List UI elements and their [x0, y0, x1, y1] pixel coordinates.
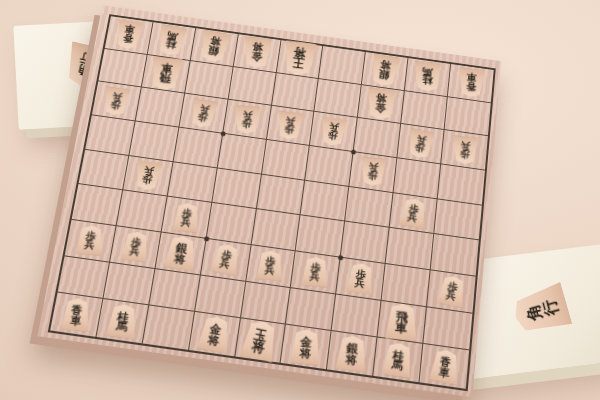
board-cell-1h[interactable] [423, 307, 472, 351]
board-cell-9h[interactable] [57, 256, 109, 299]
piece-kanji: 兵 [143, 165, 154, 175]
piece-kanji: 兵 [242, 109, 252, 118]
gote-gold-3b[interactable]: 金将 [365, 87, 397, 121]
board-cell-6g[interactable]: 歩兵 [200, 239, 251, 282]
sente-lance-9i[interactable]: 香車 [60, 298, 93, 332]
sente-knight-8i[interactable]: 桂馬 [105, 303, 140, 340]
sente-silver-3i[interactable]: 銀将 [335, 334, 370, 373]
piece-kanji: 将 [252, 41, 264, 51]
board-cell-5g[interactable]: 歩兵 [246, 245, 296, 288]
board-cell-5h[interactable] [240, 282, 291, 326]
gote-pawn-9c[interactable]: 歩兵 [101, 86, 132, 117]
piece-kanji: 将 [294, 46, 307, 58]
piece-kanji: 車 [69, 316, 81, 327]
piece-kanji: 兵 [112, 90, 123, 100]
board-cell-1f[interactable] [431, 234, 479, 276]
board-cell-1g[interactable]: 歩兵 [427, 270, 476, 313]
sente-pawn-6g[interactable]: 歩兵 [209, 242, 242, 276]
shogi-photo-scene: 角行 角行 香車桂馬銀将金将王将銀将桂馬香車飛車金将歩兵歩兵歩兵歩兵歩兵歩兵歩兵… [0, 0, 600, 400]
board-cell-8i[interactable]: 桂馬 [96, 299, 149, 343]
board-cell-3f[interactable] [341, 222, 390, 264]
gote-pawn-6c[interactable]: 歩兵 [232, 105, 260, 135]
piece-kanji: 兵 [329, 121, 340, 131]
piece-kanji: 兵 [129, 248, 140, 259]
board-cell-8g[interactable]: 歩兵 [110, 226, 161, 269]
piece-kanji: 車 [466, 72, 476, 82]
board-cell-2g[interactable] [382, 264, 431, 307]
board-cell-1i[interactable]: 香車 [420, 344, 470, 389]
sente-silver-7g[interactable]: 銀将 [162, 234, 199, 272]
board-cell-6i[interactable]: 金将 [189, 312, 241, 356]
board-cell-9g[interactable]: 歩兵 [65, 220, 117, 263]
piece-kanji: 兵 [460, 139, 470, 149]
gote-king-5a[interactable]: 王将 [281, 40, 317, 77]
gote-rook-8b[interactable]: 飛車 [148, 56, 183, 91]
piece-kanji: 馬 [391, 361, 403, 373]
piece-kanji: 車 [395, 323, 408, 336]
piece-kanji: 車 [437, 367, 449, 379]
board-cell-3i[interactable]: 銀将 [327, 331, 377, 375]
piece-kanji: 兵 [286, 115, 297, 125]
board-cell-9i[interactable]: 香車 [50, 293, 103, 337]
sente-gold-6i[interactable]: 金将 [195, 314, 233, 354]
gote-pawn-2c[interactable]: 歩兵 [405, 127, 436, 160]
piece-kanji: 馬 [423, 66, 434, 76]
board-cell-5i[interactable]: 玉将 [235, 319, 286, 363]
board-cell-4h[interactable] [286, 288, 336, 332]
piece-kanji: 兵 [199, 102, 210, 112]
sente-lance-1i[interactable]: 香車 [428, 348, 462, 386]
piece-kanji: 将 [345, 354, 358, 366]
board-cell-3h[interactable] [332, 294, 382, 338]
piece-kanji: 車 [160, 61, 173, 72]
shogi-board-grid: 香車桂馬銀将金将王将銀将桂馬香車飛車金将歩兵歩兵歩兵歩兵歩兵歩兵歩兵歩兵歩兵歩兵… [48, 14, 496, 391]
gote-lance-9a[interactable]: 香車 [113, 19, 145, 51]
piece-kanji: 将 [380, 59, 392, 70]
gote-pawn-4c[interactable]: 歩兵 [319, 116, 349, 147]
gote-lance-1a[interactable]: 香車 [457, 67, 486, 98]
board-cell-9f[interactable] [72, 184, 123, 226]
piece-kanji: 馬 [115, 322, 128, 334]
piece-kanji: 兵 [355, 279, 366, 290]
piece-kanji: 馬 [167, 30, 179, 41]
board-cell-4i[interactable]: 金将 [281, 325, 332, 369]
board-cell-6f[interactable] [206, 203, 256, 245]
piece-kanji: 将 [206, 335, 219, 348]
sente-pawn-7f[interactable]: 歩兵 [171, 202, 201, 233]
sente-pawn-5g[interactable]: 歩兵 [256, 250, 285, 282]
sente-gold-4i[interactable]: 金将 [289, 328, 323, 366]
piece-kanji: 兵 [218, 260, 230, 271]
piece-kanji: 将 [376, 92, 388, 103]
gote-pawn-8e[interactable]: 歩兵 [132, 160, 164, 192]
sente-knight-2i[interactable]: 桂馬 [381, 341, 415, 379]
board-cell-2h[interactable]: 飛車 [378, 301, 427, 345]
sente-pawn-8g[interactable]: 歩兵 [119, 230, 151, 263]
board-cell-7g[interactable]: 銀将 [155, 232, 206, 275]
sente-king-5i[interactable]: 玉将 [239, 318, 281, 363]
sente-pawn-4g[interactable]: 歩兵 [301, 256, 331, 289]
sente-pawn-1g[interactable]: 歩兵 [436, 274, 468, 309]
board-cell-6h[interactable] [195, 275, 246, 318]
gote-knight-8a[interactable]: 桂馬 [154, 24, 188, 57]
board-cell-7f[interactable]: 歩兵 [161, 197, 212, 239]
gote-silver-3a[interactable]: 銀将 [368, 53, 402, 88]
piece-kanji: 兵 [416, 133, 427, 144]
sente-pawn-2e[interactable]: 歩兵 [398, 196, 429, 229]
shogi-board: 香車桂馬銀将金将王将銀将桂馬香車飛車金将歩兵歩兵歩兵歩兵歩兵歩兵歩兵歩兵歩兵歩兵… [37, 5, 501, 397]
board-cell-8f[interactable] [116, 191, 167, 233]
gote-pawn-1c[interactable]: 歩兵 [451, 135, 478, 165]
piece-kanji: 兵 [180, 218, 191, 228]
piece-kanji: 将 [299, 348, 311, 360]
board-cell-7h[interactable] [149, 269, 201, 312]
board-cell-8h[interactable] [103, 262, 155, 305]
gote-pawn-5c[interactable]: 歩兵 [276, 110, 305, 140]
piece-kanji: 兵 [407, 213, 418, 224]
sente-rook-2h[interactable]: 飛車 [384, 302, 419, 341]
board-cell-3g[interactable]: 歩兵 [336, 258, 385, 301]
piece-kanji: 兵 [84, 241, 95, 251]
piece-kanji: 行 [540, 297, 560, 317]
piece-kanji: 車 [124, 24, 136, 34]
sente-pawn-9g[interactable]: 歩兵 [75, 225, 106, 257]
board-cell-2f[interactable] [386, 228, 434, 270]
board-cell-4f[interactable] [296, 216, 345, 258]
piece-kanji: 将 [209, 35, 222, 46]
board-cell-4g[interactable]: 歩兵 [291, 251, 341, 294]
gote-pawn-7c[interactable]: 歩兵 [187, 97, 219, 129]
sente-pawn-3g[interactable]: 歩兵 [345, 262, 376, 295]
piece-kanji: 兵 [368, 161, 378, 171]
piece-kanji: 将 [251, 341, 266, 356]
piece-kanji: 兵 [265, 267, 276, 277]
board-cell-7i[interactable] [143, 306, 195, 350]
piece-kanji: 兵 [445, 292, 456, 303]
gote-gold-6a[interactable]: 金将 [241, 37, 273, 70]
piece-kanji: 兵 [310, 273, 321, 283]
piece-kanji: 将 [173, 254, 186, 266]
board-cell-2i[interactable]: 桂馬 [373, 338, 423, 382]
gote-pawn-3d[interactable]: 歩兵 [359, 157, 387, 188]
gote-knight-2a[interactable]: 桂馬 [413, 61, 442, 92]
board-cell-5f[interactable] [251, 209, 301, 251]
gote-silver-7a[interactable]: 銀将 [196, 29, 232, 64]
